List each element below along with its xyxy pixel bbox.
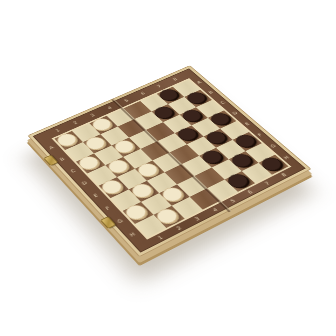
board-frame: ●●●●●●●●●●●●●●●●●●●●●●●● [33,68,306,252]
checkers-board: ●●●●●●●●●●●●●●●●●●●●●●●● AA11BB22CC33DD4… [27,65,311,257]
product-photo-scene: ●●●●●●●●●●●●●●●●●●●●●●●● AA11BB22CC33DD4… [0,0,336,336]
playing-field: ●●●●●●●●●●●●●●●●●●●●●●●● [52,78,292,239]
board-outer-rim: ●●●●●●●●●●●●●●●●●●●●●●●● AA11BB22CC33DD4… [27,65,311,257]
